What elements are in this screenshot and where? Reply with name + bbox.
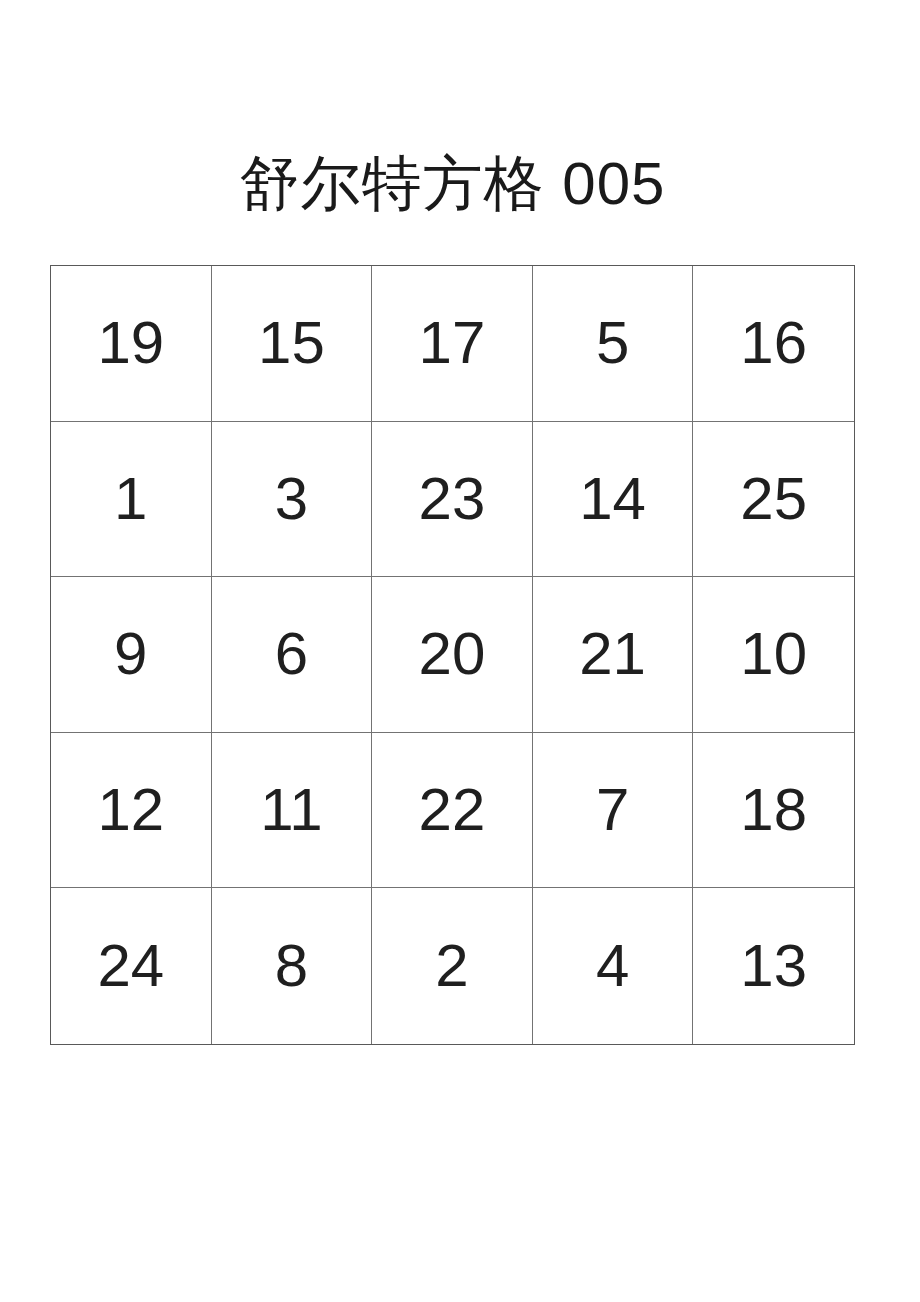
grid-cell-r5c1: 24 [51,888,212,1044]
cell-number: 6 [275,624,308,684]
grid-cell-r4c1: 12 [51,733,212,889]
cell-number: 16 [740,313,807,373]
grid-cell-r1c5: 16 [693,266,854,422]
cell-number: 23 [419,469,486,529]
cell-number: 21 [579,624,646,684]
cell-number: 13 [740,936,807,996]
grid-cell-r2c2: 3 [212,422,373,578]
grid-cell-r1c3: 17 [372,266,533,422]
grid-cell-r2c3: 23 [372,422,533,578]
grid-cell-r2c5: 25 [693,422,854,578]
grid-cell-r3c3: 20 [372,577,533,733]
cell-number: 5 [596,313,629,373]
grid-cell-r5c3: 2 [372,888,533,1044]
grid-cell-r3c5: 10 [693,577,854,733]
cell-number: 10 [740,624,807,684]
grid-cell-r4c2: 11 [212,733,373,889]
worksheet-page: 舒尔特方格 005 19 15 17 5 16 1 3 23 14 25 9 6… [0,0,920,1302]
grid-cell-r3c4: 21 [533,577,694,733]
cell-number: 7 [596,780,629,840]
cell-number: 11 [260,780,322,840]
grid-cell-r3c1: 9 [51,577,212,733]
cell-number: 14 [579,469,646,529]
cell-number: 20 [419,624,486,684]
grid-cell-r2c4: 14 [533,422,694,578]
cell-number: 24 [97,936,164,996]
schulte-grid-board: 19 15 17 5 16 1 3 23 14 25 9 6 20 21 10 … [50,265,855,1045]
grid-cell-r1c1: 19 [51,266,212,422]
cell-number: 8 [275,936,308,996]
cell-number: 25 [740,469,807,529]
cell-number: 15 [258,313,325,373]
cell-number: 9 [114,624,147,684]
cell-number: 3 [275,469,308,529]
grid-cell-r3c2: 6 [212,577,373,733]
cell-number: 19 [97,313,164,373]
page-title: 舒尔特方格 005 [50,148,855,220]
grid-cell-r4c4: 7 [533,733,694,889]
grid-cell-r4c3: 22 [372,733,533,889]
grid-cell-r1c2: 15 [212,266,373,422]
cell-number: 2 [435,936,468,996]
grid-cell-r4c5: 18 [693,733,854,889]
grid-cell-r5c5: 13 [693,888,854,1044]
cell-number: 4 [596,936,629,996]
cell-number: 22 [419,780,486,840]
grid-cell-r2c1: 1 [51,422,212,578]
cell-number: 18 [740,780,807,840]
cell-number: 1 [114,469,147,529]
grid-cell-r1c4: 5 [533,266,694,422]
cell-number: 17 [419,313,486,373]
cell-number: 12 [97,780,164,840]
grid-cell-r5c2: 8 [212,888,373,1044]
grid-cell-r5c4: 4 [533,888,694,1044]
